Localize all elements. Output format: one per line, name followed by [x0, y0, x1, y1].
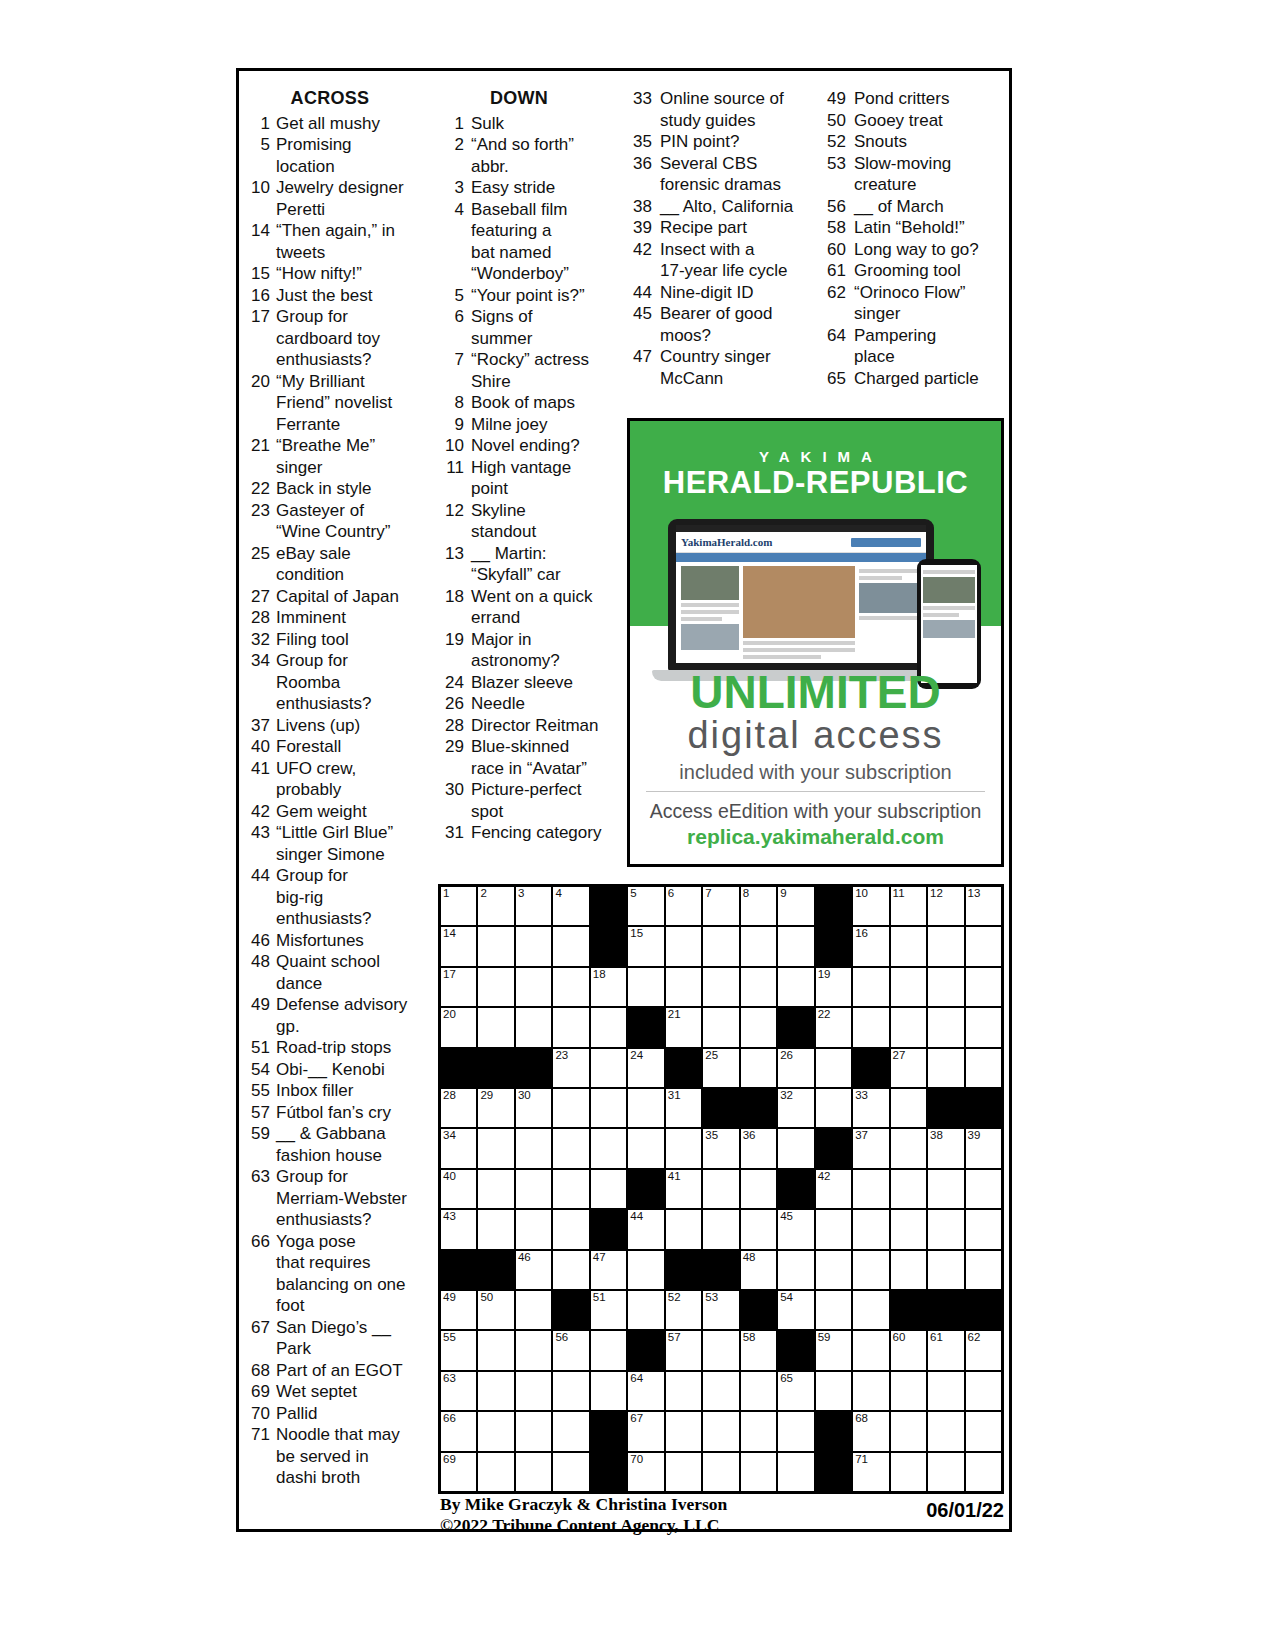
- cell-r7c9: 36: [740, 1128, 777, 1168]
- clue-11: 11High vantage point: [434, 457, 604, 500]
- clue-41: 41UFO crew, probably: [248, 758, 412, 801]
- black-cell-r7c11: [815, 1128, 852, 1168]
- cell-r5c10: 26: [777, 1048, 814, 1088]
- cell-r5c9: [740, 1048, 777, 1088]
- cell-number-71: 71: [855, 1453, 868, 1466]
- cell-number-61: 61: [930, 1331, 943, 1344]
- cell-number-27: 27: [893, 1049, 906, 1062]
- news-photo-main: [743, 566, 855, 638]
- cell-r15c4: [552, 1452, 589, 1492]
- clue-57: 57Fútbol fan’s cry: [248, 1102, 412, 1124]
- clue-1: 1Sulk: [434, 113, 604, 135]
- cell-r7c1: 34: [440, 1128, 477, 1168]
- ad-access-line: Access eEdition with your subscription: [630, 800, 1001, 823]
- cell-r15c6: 70: [627, 1452, 664, 1492]
- clue-20: 20“My Brilliant Friend” novelist Ferrant…: [248, 371, 412, 436]
- black-cell-r11c4: [552, 1290, 589, 1330]
- cell-r10c13: [890, 1250, 927, 1290]
- cell-r9c13: [890, 1209, 927, 1249]
- clue-9: 9Milne joey: [434, 414, 604, 436]
- cell-r6c4: [552, 1088, 589, 1128]
- black-cell-r14c5: [590, 1411, 627, 1451]
- cell-number-41: 41: [668, 1170, 681, 1183]
- cell-r7c2: [477, 1128, 514, 1168]
- clue-5: 5Promising location: [248, 134, 412, 177]
- cell-r7c10: [777, 1128, 814, 1168]
- byline: By Mike Graczyk & Christina Iverson: [440, 1494, 727, 1515]
- cell-r11c3: [515, 1290, 552, 1330]
- cell-r8c13: [890, 1169, 927, 1209]
- cell-r12c2: [477, 1330, 514, 1370]
- cell-number-59: 59: [818, 1331, 831, 1344]
- cell-r4c4: [552, 1007, 589, 1047]
- cell-r14c13: [890, 1411, 927, 1451]
- across-clue-list: 1Get all mushy5Promising location10Jewel…: [248, 113, 412, 1489]
- black-cell-r10c1: [440, 1250, 477, 1290]
- cell-number-28: 28: [443, 1089, 456, 1102]
- clue-24: 24Blazer sleeve: [434, 672, 604, 694]
- cell-r8c15: [965, 1169, 1002, 1209]
- cell-r1c4: 4: [552, 886, 589, 926]
- cell-r6c1: 28: [440, 1088, 477, 1128]
- cell-r3c13: [890, 967, 927, 1007]
- cell-r15c9: [740, 1452, 777, 1492]
- black-cell-r5c7: [665, 1048, 702, 1088]
- black-cell-r8c10: [777, 1169, 814, 1209]
- cell-r1c9: 8: [740, 886, 777, 926]
- cell-number-26: 26: [780, 1049, 793, 1062]
- cell-r12c1: 55: [440, 1330, 477, 1370]
- down-clue-list-2: 33Online source of study guides35PIN poi…: [616, 88, 806, 389]
- cell-r14c7: [665, 1411, 702, 1451]
- cell-number-35: 35: [705, 1129, 718, 1142]
- cell-r14c14: [927, 1411, 964, 1451]
- cell-number-17: 17: [443, 968, 456, 981]
- cell-r5c14: [927, 1048, 964, 1088]
- cell-r7c15: 39: [965, 1128, 1002, 1168]
- copyright: ©2022 Tribune Content Agency, LLC: [440, 1515, 727, 1536]
- cell-r13c1: 63: [440, 1371, 477, 1411]
- cell-r5c4: 23: [552, 1048, 589, 1088]
- cell-r1c10: 9: [777, 886, 814, 926]
- cell-number-14: 14: [443, 927, 456, 940]
- cell-r3c10: [777, 967, 814, 1007]
- cell-number-58: 58: [743, 1331, 756, 1344]
- cell-r9c8: [702, 1209, 739, 1249]
- cell-r12c4: 56: [552, 1330, 589, 1370]
- cell-r2c14: [927, 926, 964, 966]
- black-cell-r11c15: [965, 1290, 1002, 1330]
- cell-r7c7: [665, 1128, 702, 1168]
- cell-number-8: 8: [743, 887, 749, 900]
- cell-number-62: 62: [968, 1331, 981, 1344]
- cell-number-5: 5: [630, 887, 636, 900]
- cell-number-50: 50: [480, 1291, 493, 1304]
- black-cell-r11c14: [927, 1290, 964, 1330]
- cell-r9c6: 44: [627, 1209, 664, 1249]
- cell-number-44: 44: [630, 1210, 643, 1223]
- clue-23: 23Gasteyer of “Wine Country”: [248, 500, 412, 543]
- cell-r4c9: [740, 1007, 777, 1047]
- cell-number-69: 69: [443, 1453, 456, 1466]
- clue-53: 53Slow-moving creature: [806, 153, 1006, 196]
- cell-number-66: 66: [443, 1412, 456, 1425]
- cell-r1c6: 5: [627, 886, 664, 926]
- cell-r12c12: [852, 1330, 889, 1370]
- cell-r11c11: [815, 1290, 852, 1330]
- clue-68: 68Part of an EGOT: [248, 1360, 412, 1382]
- cell-r15c10: [777, 1452, 814, 1492]
- cell-r6c11: [815, 1088, 852, 1128]
- black-cell-r11c13: [890, 1290, 927, 1330]
- cell-r12c9: 58: [740, 1330, 777, 1370]
- cell-number-39: 39: [968, 1129, 981, 1142]
- clue-39: 39Recipe part: [616, 217, 806, 239]
- cell-r2c6: 15: [627, 926, 664, 966]
- cell-number-63: 63: [443, 1372, 456, 1385]
- cell-number-40: 40: [443, 1170, 456, 1183]
- cell-number-45: 45: [780, 1210, 793, 1223]
- clue-67: 67San Diego’s __ Park: [248, 1317, 412, 1360]
- cell-number-47: 47: [593, 1251, 606, 1264]
- clue-32: 32Filing tool: [248, 629, 412, 651]
- cell-number-32: 32: [780, 1089, 793, 1102]
- cell-r13c12: [852, 1371, 889, 1411]
- clue-69: 69Wet septet: [248, 1381, 412, 1403]
- cell-r10c14: [927, 1250, 964, 1290]
- cell-number-42: 42: [818, 1170, 831, 1183]
- cell-r4c8: [702, 1007, 739, 1047]
- down-clues-column-2: 33Online source of study guides35PIN poi…: [616, 88, 806, 389]
- byline-block: By Mike Graczyk & Christina Iverson ©202…: [440, 1494, 727, 1536]
- clue-15: 15“How nifty!”: [248, 263, 412, 285]
- black-cell-r9c5: [590, 1209, 627, 1249]
- cell-number-18: 18: [593, 968, 606, 981]
- clue-2: 2“And so forth” abbr.: [434, 134, 604, 177]
- clue-1: 1Get all mushy: [248, 113, 412, 135]
- cell-r1c7: 6: [665, 886, 702, 926]
- cell-r13c8: [702, 1371, 739, 1411]
- cell-r3c6: [627, 967, 664, 1007]
- down-heading: DOWN: [434, 88, 604, 110]
- clue-58: 58Latin “Behold!”: [806, 217, 1006, 239]
- cell-r8c12: [852, 1169, 889, 1209]
- cell-number-16: 16: [855, 927, 868, 940]
- cell-r13c9: [740, 1371, 777, 1411]
- cell-number-67: 67: [630, 1412, 643, 1425]
- cell-r15c13: [890, 1452, 927, 1492]
- clue-26: 26Needle: [434, 693, 604, 715]
- clue-12: 12Skyline standout: [434, 500, 604, 543]
- ad-subheadline: digital access: [630, 714, 1001, 757]
- clue-30: 30Picture-perfect spot: [434, 779, 604, 822]
- cell-r9c12: [852, 1209, 889, 1249]
- cell-r14c3: [515, 1411, 552, 1451]
- cell-r4c15: [965, 1007, 1002, 1047]
- cell-r14c15: [965, 1411, 1002, 1451]
- cell-r4c12: [852, 1007, 889, 1047]
- cell-r4c14: [927, 1007, 964, 1047]
- black-cell-r15c5: [590, 1452, 627, 1492]
- clue-10: 10Jewelry designer Peretti: [248, 177, 412, 220]
- black-cell-r5c3: [515, 1048, 552, 1088]
- cell-number-46: 46: [518, 1251, 531, 1264]
- cell-r14c4: [552, 1411, 589, 1451]
- cell-number-57: 57: [668, 1331, 681, 1344]
- cell-r7c5: [590, 1128, 627, 1168]
- cell-number-33: 33: [855, 1089, 868, 1102]
- cell-number-64: 64: [630, 1372, 643, 1385]
- clue-66: 66Yoga pose that requires balancing on o…: [248, 1231, 412, 1317]
- cell-r14c9: [740, 1411, 777, 1451]
- cell-r7c12: 37: [852, 1128, 889, 1168]
- cell-number-24: 24: [630, 1049, 643, 1062]
- cell-r1c8: 7: [702, 886, 739, 926]
- clue-22: 22Back in style: [248, 478, 412, 500]
- cell-r9c14: [927, 1209, 964, 1249]
- cell-r9c1: 43: [440, 1209, 477, 1249]
- cell-r6c5: [590, 1088, 627, 1128]
- clue-45: 45Bearer of good moos?: [616, 303, 806, 346]
- cell-r12c13: 60: [890, 1330, 927, 1370]
- clue-52: 52Snouts: [806, 131, 1006, 153]
- cell-r5c15: [965, 1048, 1002, 1088]
- laptop-navbar: [676, 553, 926, 562]
- cell-r13c11: [815, 1371, 852, 1411]
- cell-r1c1: 1: [440, 886, 477, 926]
- black-cell-r15c11: [815, 1452, 852, 1492]
- cell-number-10: 10: [855, 887, 868, 900]
- cell-r10c11: [815, 1250, 852, 1290]
- clue-17: 17Group for cardboard toy enthusiasts?: [248, 306, 412, 371]
- cell-r4c13: [890, 1007, 927, 1047]
- clue-40: 40Forestall: [248, 736, 412, 758]
- cell-r3c15: [965, 967, 1002, 1007]
- cell-r11c12: [852, 1290, 889, 1330]
- cell-r14c6: 67: [627, 1411, 664, 1451]
- cell-r4c11: 22: [815, 1007, 852, 1047]
- across-heading: ACROSS: [248, 88, 412, 110]
- cell-r13c2: [477, 1371, 514, 1411]
- cell-r4c2: [477, 1007, 514, 1047]
- cell-r8c2: [477, 1169, 514, 1209]
- cell-number-19: 19: [818, 968, 831, 981]
- black-cell-r5c2: [477, 1048, 514, 1088]
- cell-r5c8: 25: [702, 1048, 739, 1088]
- cell-r8c14: [927, 1169, 964, 1209]
- clue-50: 50Gooey treat: [806, 110, 1006, 132]
- clue-42: 42Gem weight: [248, 801, 412, 823]
- cell-number-7: 7: [705, 887, 711, 900]
- cell-r1c15: 13: [965, 886, 1002, 926]
- cell-r5c11: [815, 1048, 852, 1088]
- cell-r15c1: 69: [440, 1452, 477, 1492]
- cell-r11c5: 51: [590, 1290, 627, 1330]
- cell-number-70: 70: [630, 1453, 643, 1466]
- cell-r13c3: [515, 1371, 552, 1411]
- cell-number-11: 11: [893, 887, 905, 900]
- cell-number-3: 3: [518, 887, 524, 900]
- cell-r9c15: [965, 1209, 1002, 1249]
- cell-r10c4: [552, 1250, 589, 1290]
- clue-37: 37Livens (up): [248, 715, 412, 737]
- cell-r14c2: [477, 1411, 514, 1451]
- clue-51: 51Road-trip stops: [248, 1037, 412, 1059]
- clue-10: 10Novel ending?: [434, 435, 604, 457]
- down-clue-list-3: 49Pond critters50Gooey treat52Snouts53Sl…: [806, 88, 1006, 389]
- cell-number-55: 55: [443, 1331, 456, 1344]
- cell-r10c3: 46: [515, 1250, 552, 1290]
- cell-r2c13: [890, 926, 927, 966]
- black-cell-r8c6: [627, 1169, 664, 1209]
- cell-number-22: 22: [818, 1008, 831, 1021]
- cell-r2c3: [515, 926, 552, 966]
- cell-r5c13: 27: [890, 1048, 927, 1088]
- clue-46: 46Misfortunes: [248, 930, 412, 952]
- cell-number-68: 68: [855, 1412, 868, 1425]
- cell-r3c14: [927, 967, 964, 1007]
- cell-r7c6: [627, 1128, 664, 1168]
- cell-r12c3: [515, 1330, 552, 1370]
- cell-r2c15: [965, 926, 1002, 966]
- cell-r3c7: [665, 967, 702, 1007]
- black-cell-r5c12: [852, 1048, 889, 1088]
- cell-r9c7: [665, 1209, 702, 1249]
- cell-r2c4: [552, 926, 589, 966]
- cell-r2c1: 14: [440, 926, 477, 966]
- black-cell-r6c8: [702, 1088, 739, 1128]
- cell-r12c5: [590, 1330, 627, 1370]
- cell-r12c14: 61: [927, 1330, 964, 1370]
- clue-13: 13__ Martin: “Skyfall” car: [434, 543, 604, 586]
- cell-r13c7: [665, 1371, 702, 1411]
- cell-r7c3: [515, 1128, 552, 1168]
- puzzle-date: 06/01/22: [840, 1499, 1004, 1522]
- clue-7: 7“Rocky” actress Shire: [434, 349, 604, 392]
- cell-r11c1: 49: [440, 1290, 477, 1330]
- cell-number-9: 9: [780, 887, 786, 900]
- cell-number-12: 12: [930, 887, 943, 900]
- cell-r9c3: [515, 1209, 552, 1249]
- cell-r3c9: [740, 967, 777, 1007]
- ad-url-link[interactable]: replica.yakimaherald.com: [630, 825, 1001, 849]
- cell-r2c8: [702, 926, 739, 966]
- cell-r6c10: 32: [777, 1088, 814, 1128]
- ad-brand-city: YAKIMA: [630, 448, 1001, 465]
- cell-r1c14: 12: [927, 886, 964, 926]
- clue-61: 61Grooming tool: [806, 260, 1006, 282]
- laptop-search-bar: [851, 538, 921, 547]
- clue-49: 49Defense advisory gp.: [248, 994, 412, 1037]
- clue-28: 28Director Reitman: [434, 715, 604, 737]
- cell-r14c12: 68: [852, 1411, 889, 1451]
- cell-number-49: 49: [443, 1291, 456, 1304]
- clue-43: 43“Little Girl Blue” singer Simone: [248, 822, 412, 865]
- clue-71: 71Noodle that may be served in dashi bro…: [248, 1424, 412, 1489]
- cell-r2c7: [665, 926, 702, 966]
- across-clues-column: ACROSS 1Get all mushy5Promising location…: [248, 88, 412, 1489]
- cell-r5c6: 24: [627, 1048, 664, 1088]
- cell-number-38: 38: [930, 1129, 943, 1142]
- cell-r3c11: 19: [815, 967, 852, 1007]
- cell-r8c3: [515, 1169, 552, 1209]
- clue-44: 44Nine-digit ID: [616, 282, 806, 304]
- black-cell-r1c11: [815, 886, 852, 926]
- cell-r10c12: [852, 1250, 889, 1290]
- cell-r12c8: [702, 1330, 739, 1370]
- cell-r15c15: [965, 1452, 1002, 1492]
- phone-photo-thumb: [923, 577, 975, 603]
- laptop-masthead-logo: YakimaHerald.com: [681, 536, 772, 548]
- cell-r10c15: [965, 1250, 1002, 1290]
- cell-r3c4: [552, 967, 589, 1007]
- clue-35: 35PIN point?: [616, 131, 806, 153]
- ad-tagline: included with your subscription: [630, 761, 1001, 784]
- cell-number-53: 53: [705, 1291, 718, 1304]
- cell-number-25: 25: [705, 1049, 718, 1062]
- cell-r14c10: [777, 1411, 814, 1451]
- black-cell-r10c7: [665, 1250, 702, 1290]
- cell-r13c4: [552, 1371, 589, 1411]
- cell-r11c8: 53: [702, 1290, 739, 1330]
- clue-27: 27Capital of Japan: [248, 586, 412, 608]
- cell-r8c5: [590, 1169, 627, 1209]
- clue-18: 18Went on a quick errand: [434, 586, 604, 629]
- clue-60: 60Long way to go?: [806, 239, 1006, 261]
- cell-r8c1: 40: [440, 1169, 477, 1209]
- cell-r1c12: 10: [852, 886, 889, 926]
- cell-r9c11: [815, 1209, 852, 1249]
- cell-r15c8: [702, 1452, 739, 1492]
- clue-5: 5“Your point is?”: [434, 285, 604, 307]
- cell-number-36: 36: [743, 1129, 756, 1142]
- cell-r6c13: [890, 1088, 927, 1128]
- black-cell-r10c8: [702, 1250, 739, 1290]
- black-cell-r2c5: [590, 926, 627, 966]
- clue-19: 19Major in astronomy?: [434, 629, 604, 672]
- cell-number-20: 20: [443, 1008, 456, 1021]
- clue-48: 48Quaint school dance: [248, 951, 412, 994]
- cell-r2c12: 16: [852, 926, 889, 966]
- cell-r15c3: [515, 1452, 552, 1492]
- clue-33: 33Online source of study guides: [616, 88, 806, 131]
- cell-r9c4: [552, 1209, 589, 1249]
- cell-r12c15: 62: [965, 1330, 1002, 1370]
- cell-r11c10: 54: [777, 1290, 814, 1330]
- clue-28: 28Imminent: [248, 607, 412, 629]
- clue-14: 14“Then again,” in tweets: [248, 220, 412, 263]
- cell-r3c8: [702, 967, 739, 1007]
- cell-r1c3: 3: [515, 886, 552, 926]
- black-cell-r12c10: [777, 1330, 814, 1370]
- news-photo-thumb: [681, 566, 739, 600]
- clue-55: 55Inbox filler: [248, 1080, 412, 1102]
- cell-r5c5: [590, 1048, 627, 1088]
- cell-r4c1: 20: [440, 1007, 477, 1047]
- clue-29: 29Blue-skinned race in “Avatar”: [434, 736, 604, 779]
- cell-number-21: 21: [668, 1008, 681, 1021]
- cell-r14c1: 66: [440, 1411, 477, 1451]
- cell-r8c9: [740, 1169, 777, 1209]
- clue-62: 62“Orinoco Flow” singer: [806, 282, 1006, 325]
- cell-r3c5: 18: [590, 967, 627, 1007]
- cell-number-54: 54: [780, 1291, 793, 1304]
- clue-21: 21“Breathe Me” singer: [248, 435, 412, 478]
- cell-r1c13: 11: [890, 886, 927, 926]
- laptop-menubar: [676, 525, 926, 532]
- cell-r8c11: 42: [815, 1169, 852, 1209]
- cell-number-34: 34: [443, 1129, 456, 1142]
